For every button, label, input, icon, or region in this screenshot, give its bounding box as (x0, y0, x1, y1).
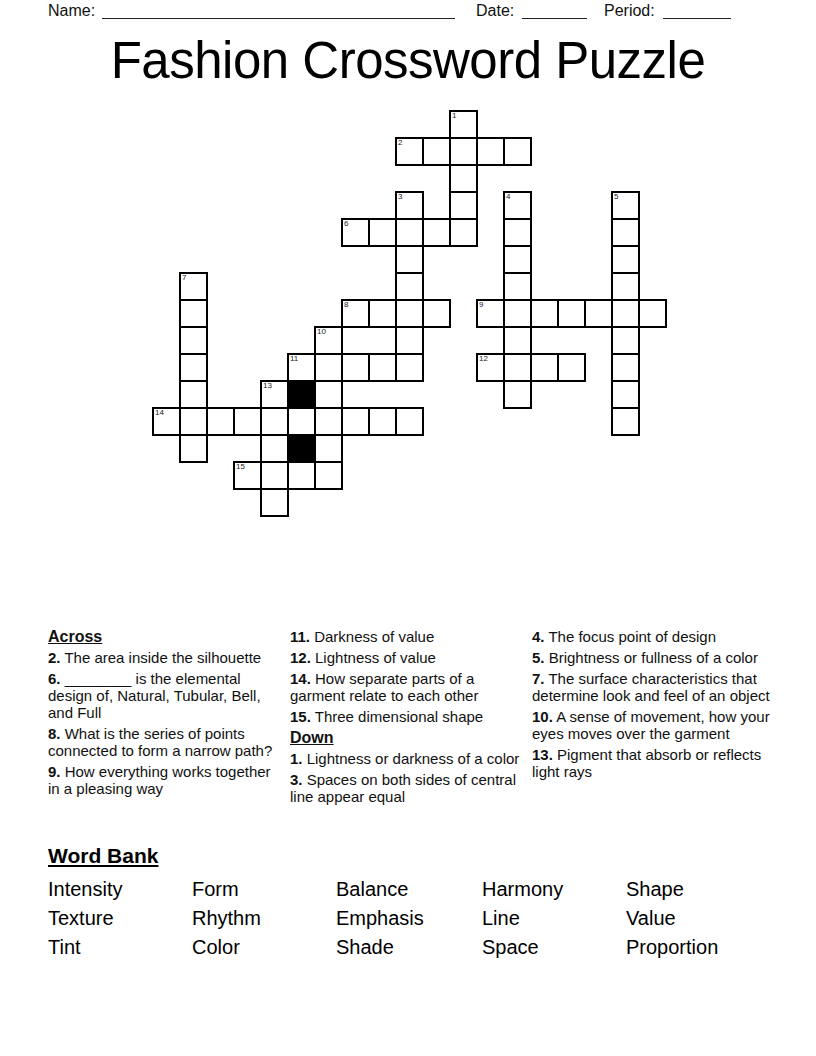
grid-cell[interactable] (503, 218, 532, 247)
clue-item-text: What is the series of points connected t… (48, 725, 272, 759)
clue-item: 13. Pigment that absorb or reflects ligh… (532, 746, 774, 780)
grid-cell[interactable]: 4 (503, 191, 532, 220)
grid-cell[interactable] (503, 326, 532, 355)
word-bank-word: Line (482, 904, 626, 933)
grid-cell[interactable] (395, 353, 424, 382)
word-bank-word: Rhythm (192, 904, 336, 933)
clue-item: 12. Lightness of value (290, 649, 520, 666)
clue-item-text: ________ is the elemental design of, Nat… (48, 670, 261, 721)
clue-item-number: 5. (532, 649, 545, 666)
clue-item-text: A sense of movement, how your eyes moves… (532, 708, 770, 742)
word-bank-header: Word Bank (48, 844, 778, 868)
clue-item: 6. ________ is the elemental design of, … (48, 670, 285, 721)
grid-cell[interactable] (368, 407, 397, 436)
clue-number: 13 (263, 381, 272, 391)
clue-item: 3. Spaces on both sides of central line … (290, 771, 520, 805)
grid-cell[interactable] (503, 299, 532, 328)
grid-cell[interactable] (611, 272, 640, 301)
grid-cell[interactable] (260, 461, 289, 490)
grid-cell[interactable] (584, 299, 613, 328)
grid-cell[interactable] (449, 218, 478, 247)
grid-cell[interactable]: 13 (260, 380, 289, 409)
clue-item-text: Pigment that absorb or reflects light ra… (532, 746, 761, 780)
grid-cell[interactable] (611, 218, 640, 247)
clue-number: 8 (344, 300, 348, 310)
grid-cell[interactable] (368, 353, 397, 382)
clue-item-text: The area inside the silhouette (61, 649, 262, 666)
grid-cell[interactable] (260, 434, 289, 463)
grid-cell[interactable]: 14 (152, 407, 181, 436)
clue-item-text: Darkness of value (310, 628, 434, 645)
grid-cell[interactable] (179, 326, 208, 355)
clue-item-number: 12. (290, 649, 311, 666)
grid-cell[interactable]: 5 (611, 191, 640, 220)
grid-cell[interactable] (422, 218, 451, 247)
word-bank-word: Intensity (48, 875, 192, 904)
word-bank-word: Tint (48, 933, 192, 962)
grid-cell[interactable]: 7 (179, 272, 208, 301)
grid-cell[interactable] (287, 407, 316, 436)
clue-number: 1 (452, 111, 456, 121)
grid-cell[interactable] (287, 461, 316, 490)
word-bank-word: Color (192, 933, 336, 962)
grid-cell[interactable] (314, 434, 343, 463)
grid-cell[interactable] (179, 380, 208, 409)
grid-cell[interactable] (395, 218, 424, 247)
worksheet-page: { "game": "crossword", "title": "Fashion… (0, 0, 816, 1056)
grid-cell[interactable] (341, 407, 370, 436)
clue-number: 11 (290, 354, 298, 364)
clue-item-number: 8. (48, 725, 61, 742)
clue-item-text: Lightness of value (311, 649, 436, 666)
word-bank: Word Bank IntensityFormBalanceHarmonySha… (48, 844, 778, 962)
clue-number: 15 (236, 462, 245, 472)
clue-item-number: 9. (48, 763, 61, 780)
clue-number: 5 (614, 192, 618, 202)
word-bank-word: Texture (48, 904, 192, 933)
grid-cell[interactable]: 12 (476, 353, 505, 382)
name-blank-line (102, 17, 455, 19)
clue-number: 4 (506, 192, 510, 202)
clue-item-text: How everything works together in a pleas… (48, 763, 271, 797)
grid-cell[interactable] (368, 218, 397, 247)
clue-item-number: 15. (290, 708, 311, 725)
date-blank-line (522, 17, 587, 19)
word-bank-word: Harmony (482, 875, 626, 904)
grid-cell[interactable] (233, 407, 262, 436)
clues-column-2: 11. Darkness of value12. Lightness of va… (290, 628, 520, 809)
clue-item: 14. How separate parts of a garment rela… (290, 670, 520, 704)
grid-cell[interactable]: 11 (287, 353, 316, 382)
clue-item: 10. A sense of movement, how your eyes m… (532, 708, 774, 742)
clue-item-number: 10. (532, 708, 553, 725)
grid-cell[interactable] (314, 353, 343, 382)
clue-number: 9 (479, 300, 483, 310)
clue-item-text: The focus point of design (545, 628, 717, 645)
grid-cell[interactable] (449, 191, 478, 220)
clue-number: 3 (398, 192, 402, 202)
clue-item-number: 11. (290, 628, 310, 645)
word-bank-word: Space (482, 933, 626, 962)
grid-cell[interactable] (503, 245, 532, 274)
grid-cell[interactable] (530, 353, 559, 382)
clue-item-number: 6. (48, 670, 61, 687)
grid-cell[interactable] (260, 488, 289, 517)
clue-item: 7. The surface characteristics that dete… (532, 670, 774, 704)
grid-cell[interactable] (395, 245, 424, 274)
grid-cell[interactable]: 3 (395, 191, 424, 220)
period-label: Period: (604, 2, 655, 20)
grid-cell[interactable] (611, 353, 640, 382)
grid-cell[interactable] (557, 353, 586, 382)
clue-item-text: Spaces on both sides of central line app… (290, 771, 516, 805)
clue-item-text: Three dimensional shape (311, 708, 483, 725)
grid-cell[interactable] (422, 137, 451, 166)
grid-cell[interactable] (503, 353, 532, 382)
grid-cell[interactable] (368, 299, 397, 328)
word-bank-word: Balance (336, 875, 482, 904)
date-label: Date: (476, 2, 514, 20)
grid-cell[interactable]: 9 (476, 299, 505, 328)
grid-cell[interactable] (611, 407, 640, 436)
clue-item: 8. What is the series of points connecte… (48, 725, 285, 759)
clue-item: 2. The area inside the silhouette (48, 649, 285, 666)
grid-cell[interactable] (476, 137, 505, 166)
clue-item-text: The surface characteristics that determi… (532, 670, 770, 704)
clue-item-number: 7. (532, 670, 545, 687)
across-header: Across (48, 628, 285, 645)
grid-cell[interactable] (395, 272, 424, 301)
grid-cell[interactable] (179, 299, 208, 328)
grid-cell[interactable] (179, 353, 208, 382)
word-bank-word: Proportion (626, 933, 778, 962)
grid-cell[interactable]: 2 (395, 137, 424, 166)
grid-cell[interactable] (449, 164, 478, 193)
clues-column-3: 4. The focus point of design5. Brightnes… (532, 628, 774, 784)
grid-cell[interactable] (611, 380, 640, 409)
grid-cell[interactable]: 15 (233, 461, 262, 490)
page-title: Fashion Crossword Puzzle (0, 33, 816, 89)
grid-cell[interactable] (611, 245, 640, 274)
grid-cell[interactable] (611, 326, 640, 355)
grid-cell[interactable] (638, 299, 667, 328)
clue-item: 15. Three dimensional shape (290, 708, 520, 725)
grid-cell[interactable] (179, 434, 208, 463)
word-bank-word: Shape (626, 875, 778, 904)
clue-item-number: 3. (290, 771, 303, 788)
clue-number: 12 (479, 354, 488, 364)
word-bank-word: Emphasis (336, 904, 482, 933)
clue-number: 10 (317, 327, 326, 337)
clues-column-1: Across2. The area inside the silhouette6… (48, 628, 285, 801)
crossword-grid: 123456789101112131415 (152, 110, 668, 518)
grid-cell[interactable]: 8 (341, 299, 370, 328)
clue-item-text: Lightness or darkness of a color (303, 750, 520, 767)
clue-item: 9. How everything works together in a pl… (48, 763, 285, 797)
grid-cell[interactable] (611, 299, 640, 328)
grid-cell[interactable] (341, 353, 370, 382)
word-bank-word: Shade (336, 933, 482, 962)
clue-number: 6 (344, 219, 348, 229)
period-blank-line (663, 17, 731, 19)
grid-cell[interactable] (314, 380, 343, 409)
grid-cell[interactable] (206, 407, 235, 436)
grid-cell[interactable] (503, 380, 532, 409)
grid-cell[interactable] (395, 407, 424, 436)
grid-cell[interactable]: 1 (449, 110, 478, 139)
grid-cell[interactable] (314, 461, 343, 490)
clue-item: 4. The focus point of design (532, 628, 774, 645)
clue-number: 7 (182, 273, 186, 283)
grid-cell[interactable] (557, 299, 586, 328)
clue-item-number: 13. (532, 746, 553, 763)
clue-item-text: How separate parts of a garment relate t… (290, 670, 478, 704)
word-bank-word: Value (626, 904, 778, 933)
grid-cell[interactable] (314, 407, 343, 436)
clue-item: 5. Brightness or fullness of a color (532, 649, 774, 666)
clue-item-text: Brightness or fullness of a color (545, 649, 758, 666)
clue-item: 11. Darkness of value (290, 628, 520, 645)
clue-number: 2 (398, 138, 402, 148)
word-bank-grid: IntensityFormBalanceHarmonyShapeTextureR… (48, 875, 778, 962)
clue-item-number: 2. (48, 649, 61, 666)
clue-item: 1. Lightness or darkness of a color (290, 750, 520, 767)
clue-item-number: 4. (532, 628, 545, 645)
grid-cell[interactable] (260, 407, 289, 436)
grid-cell[interactable] (395, 326, 424, 355)
grid-cell[interactable] (422, 299, 451, 328)
clue-number: 14 (155, 408, 164, 418)
word-bank-word: Form (192, 875, 336, 904)
clue-item-number: 14. (290, 670, 311, 687)
grid-cell[interactable] (503, 272, 532, 301)
grid-cell[interactable] (503, 137, 532, 166)
clue-item-number: 1. (290, 750, 303, 767)
grid-cell[interactable]: 6 (341, 218, 370, 247)
grid-cell[interactable]: 10 (314, 326, 343, 355)
blocked-cell (287, 380, 316, 409)
name-label: Name: (48, 2, 95, 20)
blocked-cell (287, 434, 316, 463)
grid-cell[interactable] (530, 299, 559, 328)
grid-cell[interactable] (449, 137, 478, 166)
grid-cell[interactable] (179, 407, 208, 436)
down-header: Down (290, 729, 520, 746)
grid-cell[interactable] (395, 299, 424, 328)
